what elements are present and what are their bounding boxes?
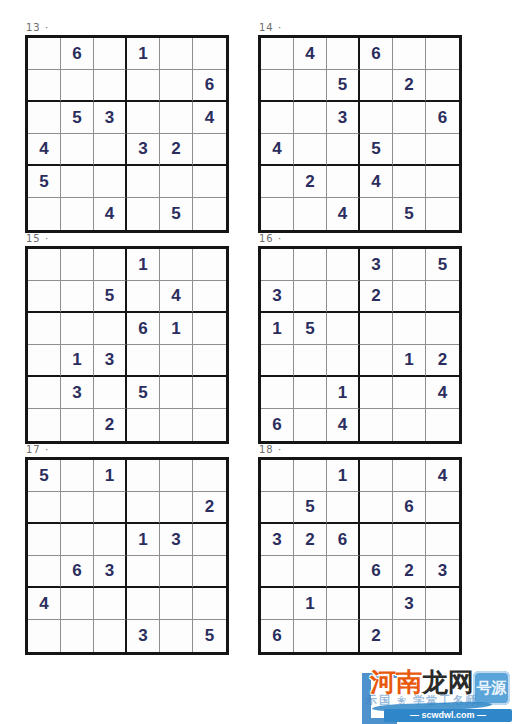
sudoku-cell-r4c6 <box>426 134 459 166</box>
sudoku-cell-r5c2: 2 <box>294 166 327 198</box>
sudoku-cell-r1c2: 6 <box>61 38 94 70</box>
sudoku-cell-r6c3: 4 <box>94 198 127 230</box>
sudoku-grid-18: 14563266231362 <box>258 457 462 655</box>
sudoku-cell-r4c4: 6 <box>360 556 393 588</box>
sudoku-cell-r5c4 <box>127 588 160 620</box>
sudoku-cell-r1c4: 1 <box>127 38 160 70</box>
puzzle-17: 17 ·5121363435 <box>25 444 229 655</box>
sudoku-cell-r2c3 <box>327 281 360 313</box>
sudoku-cell-r4c6 <box>193 345 226 377</box>
sudoku-grid-13: 616534432545 <box>25 35 229 233</box>
sudoku-cell-r2c4 <box>360 492 393 524</box>
sudoku-cell-r2c4 <box>127 492 160 524</box>
sudoku-cell-r5c2 <box>294 377 327 409</box>
sudoku-cell-r3c6 <box>193 524 226 556</box>
sudoku-cell-r3c6: 6 <box>426 102 459 134</box>
sudoku-cell-r1c6: 5 <box>426 249 459 281</box>
sudoku-cell-r6c4: 2 <box>360 620 393 652</box>
sudoku-grid-17: 5121363435 <box>25 457 229 655</box>
sudoku-cell-r6c2 <box>294 198 327 230</box>
sudoku-cell-r4c5 <box>393 134 426 166</box>
sudoku-cell-r3c1: 1 <box>261 313 294 345</box>
sudoku-cell-r5c4 <box>127 166 160 198</box>
sudoku-cell-r4c5: 1 <box>393 345 426 377</box>
sudoku-cell-r2c3 <box>94 492 127 524</box>
sudoku-grid-14: 465236452445 <box>258 35 462 233</box>
sudoku-cell-r4c5: 2 <box>393 556 426 588</box>
sudoku-cell-r6c3 <box>327 620 360 652</box>
sudoku-cell-r3c1 <box>28 102 61 134</box>
sudoku-cell-r5c6 <box>193 377 226 409</box>
sudoku-cell-r1c5 <box>393 249 426 281</box>
sudoku-cell-r3c3: 3 <box>94 102 127 134</box>
sudoku-cell-r4c1 <box>261 345 294 377</box>
sudoku-cell-r1c3 <box>327 249 360 281</box>
sudoku-cell-r6c4 <box>360 409 393 441</box>
sudoku-cell-r3c4 <box>127 102 160 134</box>
sudoku-cell-r1c2 <box>61 460 94 492</box>
sudoku-cell-r2c4: 2 <box>360 281 393 313</box>
sudoku-cell-r5c5 <box>160 377 193 409</box>
sudoku-cell-r2c6 <box>193 281 226 313</box>
sudoku-cell-r3c5 <box>393 313 426 345</box>
sudoku-cell-r5c2 <box>61 166 94 198</box>
sudoku-cell-r6c1 <box>28 620 61 652</box>
sudoku-cell-r5c4 <box>360 377 393 409</box>
sudoku-cell-r2c2 <box>61 281 94 313</box>
sudoku-cell-r5c1 <box>261 588 294 620</box>
puzzle-number-label: 18 · <box>259 444 462 456</box>
sudoku-cell-r4c6: 3 <box>426 556 459 588</box>
sudoku-cell-r4c3 <box>327 134 360 166</box>
puzzle-number-label: 17 · <box>26 444 229 456</box>
sudoku-cell-r4c3 <box>94 134 127 166</box>
sudoku-cell-r4c5 <box>160 556 193 588</box>
sudoku-cell-r2c6: 6 <box>193 70 226 102</box>
sudoku-cell-r3c3: 3 <box>327 102 360 134</box>
sudoku-cell-r4c4 <box>127 556 160 588</box>
sudoku-cell-r1c5 <box>393 38 426 70</box>
sudoku-cell-r3c2: 5 <box>61 102 94 134</box>
sudoku-cell-r5c6 <box>193 166 226 198</box>
sudoku-cell-r5c2 <box>61 588 94 620</box>
puzzle-18: 18 ·14563266231362 <box>258 444 462 655</box>
puzzle-number-label: 13 · <box>26 22 229 34</box>
puzzle-13: 13 ·616534432545 <box>25 22 229 233</box>
sudoku-cell-r4c6 <box>193 134 226 166</box>
sudoku-cell-r6c2 <box>61 198 94 230</box>
sudoku-cell-r3c1 <box>28 524 61 556</box>
sudoku-cell-r1c4: 6 <box>360 38 393 70</box>
sudoku-cell-r5c3 <box>327 166 360 198</box>
sudoku-cell-r5c3 <box>94 166 127 198</box>
sudoku-cell-r1c1: 5 <box>28 460 61 492</box>
sudoku-cell-r2c2 <box>294 281 327 313</box>
sudoku-cell-r1c3: 1 <box>94 460 127 492</box>
sudoku-cell-r5c4: 5 <box>127 377 160 409</box>
sudoku-cell-r2c2 <box>61 70 94 102</box>
puzzle-number-label: 15 · <box>26 233 229 245</box>
sudoku-cell-r6c4 <box>127 409 160 441</box>
sudoku-cell-r4c2 <box>294 556 327 588</box>
sudoku-cell-r1c6 <box>193 38 226 70</box>
sudoku-grid-16: 353215121464 <box>258 246 462 444</box>
sudoku-cell-r3c5 <box>160 102 193 134</box>
sudoku-cell-r5c5 <box>160 588 193 620</box>
sudoku-cell-r3c5 <box>393 524 426 556</box>
sudoku-cell-r3c2 <box>61 524 94 556</box>
sudoku-cell-r5c1 <box>28 377 61 409</box>
sudoku-cell-r6c5: 5 <box>160 198 193 230</box>
sudoku-cell-r6c1 <box>28 198 61 230</box>
sudoku-cell-r4c4: 5 <box>360 134 393 166</box>
sudoku-cell-r6c5: 5 <box>393 198 426 230</box>
sudoku-cell-r5c1: 4 <box>28 588 61 620</box>
sudoku-cell-r2c4 <box>360 70 393 102</box>
sudoku-cell-r6c6 <box>193 409 226 441</box>
sudoku-cell-r4c3: 3 <box>94 345 127 377</box>
sudoku-cell-r6c3: 2 <box>94 409 127 441</box>
puzzle-15: 15 ·1546113352 <box>25 233 229 444</box>
sudoku-cell-r3c4 <box>360 313 393 345</box>
sudoku-cell-r4c2 <box>294 345 327 377</box>
sudoku-cell-r2c3: 5 <box>327 70 360 102</box>
sudoku-cell-r2c3 <box>94 70 127 102</box>
sudoku-cell-r3c3 <box>94 313 127 345</box>
sudoku-cell-r3c5: 1 <box>160 313 193 345</box>
sudoku-cell-r3c3: 6 <box>327 524 360 556</box>
sudoku-cell-r2c5 <box>160 492 193 524</box>
sudoku-cell-r2c2: 5 <box>294 492 327 524</box>
sudoku-cell-r2c3: 5 <box>94 281 127 313</box>
puzzle-16: 16 ·353215121464 <box>258 233 462 444</box>
sudoku-cell-r6c6 <box>426 198 459 230</box>
sudoku-cell-r5c5 <box>393 166 426 198</box>
sudoku-cell-r6c5 <box>393 620 426 652</box>
sudoku-cell-r1c4: 3 <box>360 249 393 281</box>
sudoku-cell-r6c3: 4 <box>327 409 360 441</box>
sudoku-cell-r2c4 <box>127 70 160 102</box>
sudoku-cell-r3c2 <box>294 102 327 134</box>
sudoku-cell-r3c6: 4 <box>193 102 226 134</box>
sudoku-cell-r2c1 <box>28 70 61 102</box>
sudoku-cell-r1c1 <box>28 38 61 70</box>
sudoku-cell-r4c4 <box>360 345 393 377</box>
sudoku-cell-r4c3 <box>327 556 360 588</box>
sudoku-cell-r3c4: 6 <box>127 313 160 345</box>
sudoku-cell-r3c1 <box>28 313 61 345</box>
sudoku-cell-r5c3 <box>327 588 360 620</box>
sudoku-cell-r4c2 <box>294 134 327 166</box>
sudoku-cell-r5c3: 1 <box>327 377 360 409</box>
sudoku-cell-r4c6 <box>193 556 226 588</box>
sudoku-cell-r4c5 <box>160 345 193 377</box>
sudoku-cell-r6c6 <box>193 198 226 230</box>
sudoku-cell-r3c4: 1 <box>127 524 160 556</box>
sudoku-cell-r2c5: 2 <box>393 70 426 102</box>
puzzle-14: 14 ·465236452445 <box>258 22 462 233</box>
sudoku-cell-r4c2: 1 <box>61 345 94 377</box>
sudoku-cell-r1c3: 1 <box>327 460 360 492</box>
sudoku-cell-r2c5 <box>393 281 426 313</box>
sudoku-cell-r4c2: 6 <box>61 556 94 588</box>
sudoku-cell-r6c1: 6 <box>261 620 294 652</box>
sudoku-cell-r5c3 <box>94 377 127 409</box>
sudoku-cell-r5c1 <box>261 377 294 409</box>
sudoku-cell-r3c2: 5 <box>294 313 327 345</box>
sudoku-cell-r1c2: 4 <box>294 38 327 70</box>
sudoku-cell-r5c6: 4 <box>426 377 459 409</box>
sudoku-cell-r5c6 <box>426 588 459 620</box>
sudoku-cell-r1c5 <box>393 460 426 492</box>
sudoku-cell-r6c3 <box>94 620 127 652</box>
sudoku-cell-r6c4 <box>127 198 160 230</box>
puzzle-number-label: 14 · <box>259 22 462 34</box>
sudoku-cell-r4c1 <box>261 556 294 588</box>
sudoku-cell-r5c1: 5 <box>28 166 61 198</box>
sudoku-cell-r1c6 <box>426 38 459 70</box>
sudoku-cell-r3c6 <box>426 524 459 556</box>
sudoku-cell-r1c2 <box>61 249 94 281</box>
sudoku-cell-r6c4: 3 <box>127 620 160 652</box>
sudoku-cell-r3c1 <box>261 102 294 134</box>
sudoku-cell-r5c5 <box>160 166 193 198</box>
sudoku-cell-r3c4 <box>360 102 393 134</box>
sudoku-cell-r6c3: 4 <box>327 198 360 230</box>
sudoku-cell-r3c1: 3 <box>261 524 294 556</box>
sudoku-cell-r1c4: 1 <box>127 249 160 281</box>
sudoku-cell-r4c1 <box>28 556 61 588</box>
sudoku-cell-r3c5: 3 <box>160 524 193 556</box>
sudoku-cell-r5c2: 3 <box>61 377 94 409</box>
sudoku-cell-r5c1 <box>261 166 294 198</box>
sudoku-cell-r2c5: 4 <box>160 281 193 313</box>
sudoku-cell-r6c1 <box>261 198 294 230</box>
sudoku-cell-r6c5 <box>393 409 426 441</box>
sudoku-cell-r6c2 <box>294 620 327 652</box>
sudoku-cell-r2c2 <box>61 492 94 524</box>
sudoku-cell-r6c6: 5 <box>193 620 226 652</box>
sudoku-cell-r4c3 <box>327 345 360 377</box>
sudoku-cell-r1c2 <box>294 460 327 492</box>
sudoku-cell-r6c1 <box>28 409 61 441</box>
sudoku-cell-r1c2 <box>294 249 327 281</box>
sudoku-cell-r5c5: 3 <box>393 588 426 620</box>
sudoku-cell-r5c6 <box>426 166 459 198</box>
sudoku-cell-r1c3 <box>94 38 127 70</box>
sudoku-cell-r4c3: 3 <box>94 556 127 588</box>
sudoku-cell-r6c1: 6 <box>261 409 294 441</box>
sudoku-cell-r1c4 <box>360 460 393 492</box>
sudoku-cell-r1c1 <box>28 249 61 281</box>
sudoku-cell-r2c5 <box>160 70 193 102</box>
sudoku-cell-r1c5 <box>160 38 193 70</box>
sudoku-cell-r1c1 <box>261 249 294 281</box>
sudoku-cell-r5c5 <box>393 377 426 409</box>
sudoku-cell-r1c1 <box>261 38 294 70</box>
sudoku-cell-r1c4 <box>127 460 160 492</box>
sudoku-cell-r4c5: 2 <box>160 134 193 166</box>
sudoku-cell-r2c6: 2 <box>193 492 226 524</box>
puzzles-area: 13 ·61653443254514 ·46523645244515 ·1546… <box>25 22 512 655</box>
sudoku-cell-r4c1: 4 <box>261 134 294 166</box>
sudoku-cell-r3c3 <box>94 524 127 556</box>
sudoku-cell-r5c2: 1 <box>294 588 327 620</box>
sudoku-cell-r1c3 <box>94 249 127 281</box>
sudoku-cell-r6c5 <box>160 620 193 652</box>
sudoku-cell-r4c1 <box>28 345 61 377</box>
sudoku-cell-r2c4 <box>127 281 160 313</box>
sudoku-cell-r2c1: 3 <box>261 281 294 313</box>
sudoku-cell-r4c4 <box>127 345 160 377</box>
sudoku-cell-r5c4 <box>360 588 393 620</box>
sudoku-cell-r2c1 <box>261 70 294 102</box>
sudoku-cell-r6c2 <box>294 409 327 441</box>
sudoku-cell-r3c2 <box>61 313 94 345</box>
sudoku-cell-r6c5 <box>160 409 193 441</box>
sudoku-cell-r3c6 <box>426 313 459 345</box>
sudoku-cell-r4c1: 4 <box>28 134 61 166</box>
sudoku-cell-r2c1 <box>28 281 61 313</box>
sudoku-cell-r1c5 <box>160 460 193 492</box>
sudoku-cell-r3c2: 2 <box>294 524 327 556</box>
watermark-url-banner: — scwdwl.com — <box>384 709 512 722</box>
sudoku-cell-r4c2 <box>61 134 94 166</box>
sudoku-cell-r5c6 <box>193 588 226 620</box>
sudoku-cell-r6c6 <box>426 620 459 652</box>
sudoku-cell-r2c6 <box>426 70 459 102</box>
sudoku-cell-r1c3 <box>327 38 360 70</box>
sudoku-cell-r1c1 <box>261 460 294 492</box>
sudoku-cell-r1c6: 4 <box>426 460 459 492</box>
sudoku-cell-r6c6 <box>426 409 459 441</box>
sudoku-cell-r1c6 <box>193 249 226 281</box>
puzzle-number-label: 16 · <box>259 233 462 245</box>
sudoku-cell-r3c6 <box>193 313 226 345</box>
sudoku-cell-r3c4 <box>360 524 393 556</box>
sudoku-cell-r3c3 <box>327 313 360 345</box>
sudoku-cell-r6c2 <box>61 409 94 441</box>
sudoku-grid-15: 1546113352 <box>25 246 229 444</box>
sudoku-cell-r3c5 <box>393 102 426 134</box>
sudoku-cell-r5c3 <box>94 588 127 620</box>
sudoku-cell-r1c5 <box>160 249 193 281</box>
sudoku-cell-r4c6: 2 <box>426 345 459 377</box>
sudoku-cell-r6c4 <box>360 198 393 230</box>
sudoku-cell-r2c6 <box>426 492 459 524</box>
sudoku-cell-r2c1 <box>261 492 294 524</box>
sudoku-cell-r6c2 <box>61 620 94 652</box>
sudoku-cell-r4c4: 3 <box>127 134 160 166</box>
sudoku-cell-r2c5: 6 <box>393 492 426 524</box>
sudoku-cell-r2c3 <box>327 492 360 524</box>
sudoku-cell-r1c6 <box>193 460 226 492</box>
sudoku-cell-r2c6 <box>426 281 459 313</box>
sudoku-cell-r2c1 <box>28 492 61 524</box>
worksheet-page: 13 ·61653443254514 ·46523645244515 ·1546… <box>0 0 512 724</box>
site-watermark: 河南龙网 号源 示国 ❀ 学堂工名师 — scwdwl.com — <box>362 667 512 724</box>
sudoku-cell-r2c2 <box>294 70 327 102</box>
sudoku-cell-r5c4: 4 <box>360 166 393 198</box>
